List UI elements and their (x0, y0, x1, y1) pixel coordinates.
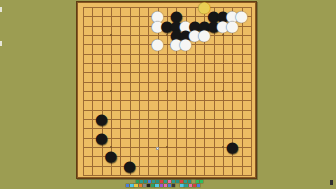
toolbar-button[interactable] (151, 184, 154, 187)
star-point (166, 146, 168, 148)
toolbar-button[interactable] (196, 180, 199, 183)
toolbar-button[interactable] (200, 180, 203, 183)
toolbar-button[interactable] (147, 184, 150, 187)
toolbar-button[interactable] (130, 184, 133, 187)
toolbar-button[interactable] (168, 184, 171, 187)
toolbar-button[interactable] (180, 180, 183, 183)
toolbar-button[interactable] (184, 180, 187, 183)
toolbar-row-1 (136, 180, 204, 183)
toolbar-button[interactable] (148, 180, 151, 183)
toolbar-button[interactable] (160, 180, 163, 183)
go-client-screen: ●●●●●●●●●●●●●●●●●●●●●●●●●●●● (0, 0, 336, 189)
toolbar-button[interactable] (197, 184, 200, 187)
toolbar-button[interactable] (193, 184, 196, 187)
star-point (110, 90, 112, 92)
edge-tick (0, 7, 2, 12)
toolbar-button[interactable] (139, 184, 142, 187)
toolbar-button[interactable] (164, 184, 167, 187)
toolbar-button[interactable] (160, 184, 163, 187)
toolbar-button[interactable] (168, 180, 171, 183)
star-point (110, 146, 112, 148)
go-board[interactable]: ●●●●●●●●●●●●●●●●●●●●●●●●●●●● (76, 1, 257, 179)
star-point (222, 146, 224, 148)
toolbar-button[interactable] (188, 180, 191, 183)
toolbar-button[interactable] (184, 184, 187, 187)
toolbar-button[interactable] (136, 180, 139, 183)
star-point (166, 34, 168, 36)
star-point (222, 34, 224, 36)
board-cursor (156, 147, 159, 150)
toolbar-button[interactable] (143, 184, 146, 187)
toolbar-button[interactable] (155, 184, 158, 187)
toolbar-button[interactable] (180, 184, 183, 187)
toolbar-button[interactable] (164, 180, 167, 183)
toolbar-button[interactable] (152, 180, 155, 183)
toolbar-row-2 (126, 184, 201, 187)
toolbar-button[interactable] (172, 184, 175, 187)
corner-mark (330, 180, 333, 185)
toolbar-button[interactable] (140, 180, 143, 183)
toolbar-button[interactable] (172, 180, 175, 183)
toolbar-button[interactable] (134, 184, 137, 187)
toolbar-button[interactable] (126, 184, 129, 187)
star-point (110, 34, 112, 36)
toolbar-button[interactable] (189, 184, 192, 187)
edge-tick (0, 41, 2, 46)
toolbar-button[interactable] (176, 180, 179, 183)
star-point (222, 90, 224, 92)
star-point (166, 90, 168, 92)
toolbar-button[interactable] (156, 180, 159, 183)
toolbar-button[interactable] (144, 180, 147, 183)
